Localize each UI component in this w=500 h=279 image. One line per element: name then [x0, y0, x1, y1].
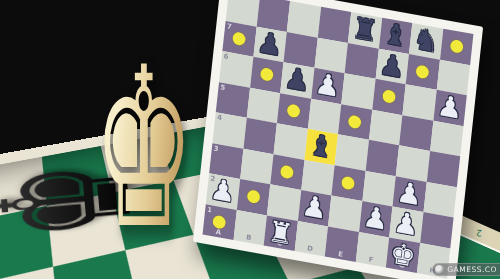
legal-move-dot[interactable]	[341, 175, 355, 190]
square-g1[interactable]: G♚	[386, 237, 420, 273]
square-d1[interactable]: D	[294, 220, 328, 256]
rank-label: 5	[220, 83, 226, 92]
square-a1[interactable]: 1A	[203, 204, 237, 240]
border-mark: 2	[476, 227, 482, 237]
square-f1[interactable]: F	[355, 231, 389, 267]
white-king[interactable]: ♚	[386, 237, 420, 273]
legal-move-dot[interactable]	[246, 189, 260, 204]
rank-label: 3	[213, 144, 219, 153]
chess-board: 8♜♝♞7♟♟6♟♟♟54♝3♟2♟♟♟♟1ABC♜DEFG♚H	[203, 0, 474, 279]
rank-label: 1	[207, 205, 213, 214]
legal-move-dot[interactable]	[416, 64, 430, 79]
legal-move-dot[interactable]	[212, 214, 226, 229]
square-b1[interactable]: B	[233, 209, 267, 245]
gamess-logo-icon	[435, 265, 444, 274]
legal-move-dot[interactable]	[287, 103, 301, 118]
legal-move-dot[interactable]	[260, 67, 274, 82]
promo-image: 9 0 ♚ ♚ 3 2 8♜♝♞7♟♟6♟♟♟54♝3♟2♟♟♟♟1ABC♜DE…	[0, 0, 500, 279]
rank-label: 4	[217, 114, 223, 123]
legal-move-dot[interactable]	[280, 164, 294, 179]
square-e1[interactable]: E	[325, 226, 359, 262]
square-c1[interactable]: C♜	[264, 215, 298, 251]
watermark-text: GAMESS.CO	[447, 265, 497, 274]
watermark-badge: GAMESS.CO	[432, 263, 500, 276]
legal-move-dot[interactable]	[382, 89, 396, 104]
standing-white-king-photo: ♚	[93, 38, 194, 259]
rank-label: 7	[227, 22, 233, 31]
legal-move-dot[interactable]	[232, 31, 246, 46]
legal-move-dot[interactable]	[348, 114, 362, 129]
white-rook[interactable]: ♜	[264, 215, 298, 251]
legal-move-dot[interactable]	[450, 39, 464, 54]
rank-label: 6	[223, 52, 229, 61]
